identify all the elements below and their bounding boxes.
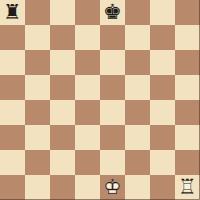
square-a2[interactable] (0, 150, 25, 175)
black-rook-fill: ♜ (0, 0, 25, 25)
square-b3[interactable] (25, 125, 50, 150)
square-e6[interactable] (100, 50, 125, 75)
square-g2[interactable] (150, 150, 175, 175)
square-e2[interactable] (100, 150, 125, 175)
square-c5[interactable] (50, 75, 75, 100)
square-e5[interactable] (100, 75, 125, 100)
square-h4[interactable] (175, 100, 200, 125)
square-c6[interactable] (50, 50, 75, 75)
square-e3[interactable] (100, 125, 125, 150)
square-g8[interactable] (150, 0, 175, 25)
square-b5[interactable] (25, 75, 50, 100)
square-h8[interactable] (175, 0, 200, 25)
square-f7[interactable] (125, 25, 150, 50)
square-b4[interactable] (25, 100, 50, 125)
square-g6[interactable] (150, 50, 175, 75)
square-f3[interactable] (125, 125, 150, 150)
chess-board: ♜♚♚♔♜♖ (0, 0, 200, 200)
square-d8[interactable] (75, 0, 100, 25)
square-a8[interactable]: ♜ (0, 0, 25, 25)
square-c3[interactable] (50, 125, 75, 150)
square-d2[interactable] (75, 150, 100, 175)
white-king-outline: ♔ (100, 175, 125, 200)
square-c1[interactable] (50, 175, 75, 200)
square-d5[interactable] (75, 75, 100, 100)
square-c2[interactable] (50, 150, 75, 175)
square-h1[interactable]: ♜♖ (175, 175, 200, 200)
square-b8[interactable] (25, 0, 50, 25)
square-g1[interactable] (150, 175, 175, 200)
square-b7[interactable] (25, 25, 50, 50)
square-f1[interactable] (125, 175, 150, 200)
square-f5[interactable] (125, 75, 150, 100)
square-b2[interactable] (25, 150, 50, 175)
square-d6[interactable] (75, 50, 100, 75)
black-king[interactable]: ♚ (100, 0, 125, 25)
square-b1[interactable] (25, 175, 50, 200)
square-d4[interactable] (75, 100, 100, 125)
white-rook[interactable]: ♜♖ (175, 175, 200, 200)
square-a5[interactable] (0, 75, 25, 100)
square-g7[interactable] (150, 25, 175, 50)
square-h3[interactable] (175, 125, 200, 150)
square-c4[interactable] (50, 100, 75, 125)
square-e4[interactable] (100, 100, 125, 125)
square-f6[interactable] (125, 50, 150, 75)
white-rook-outline: ♖ (175, 175, 200, 200)
square-e7[interactable] (100, 25, 125, 50)
square-g3[interactable] (150, 125, 175, 150)
square-a7[interactable] (0, 25, 25, 50)
square-h6[interactable] (175, 50, 200, 75)
square-g5[interactable] (150, 75, 175, 100)
square-b6[interactable] (25, 50, 50, 75)
square-f8[interactable] (125, 0, 150, 25)
square-e1[interactable]: ♚♔ (100, 175, 125, 200)
square-d3[interactable] (75, 125, 100, 150)
square-e8[interactable]: ♚ (100, 0, 125, 25)
square-c7[interactable] (50, 25, 75, 50)
square-a6[interactable] (0, 50, 25, 75)
square-g4[interactable] (150, 100, 175, 125)
square-a4[interactable] (0, 100, 25, 125)
white-king[interactable]: ♚♔ (100, 175, 125, 200)
square-d7[interactable] (75, 25, 100, 50)
black-king-fill: ♚ (100, 0, 125, 25)
square-a3[interactable] (0, 125, 25, 150)
square-c8[interactable] (50, 0, 75, 25)
square-d1[interactable] (75, 175, 100, 200)
square-a1[interactable] (0, 175, 25, 200)
square-h5[interactable] (175, 75, 200, 100)
square-f4[interactable] (125, 100, 150, 125)
square-h7[interactable] (175, 25, 200, 50)
square-h2[interactable] (175, 150, 200, 175)
black-rook[interactable]: ♜ (0, 0, 25, 25)
square-f2[interactable] (125, 150, 150, 175)
